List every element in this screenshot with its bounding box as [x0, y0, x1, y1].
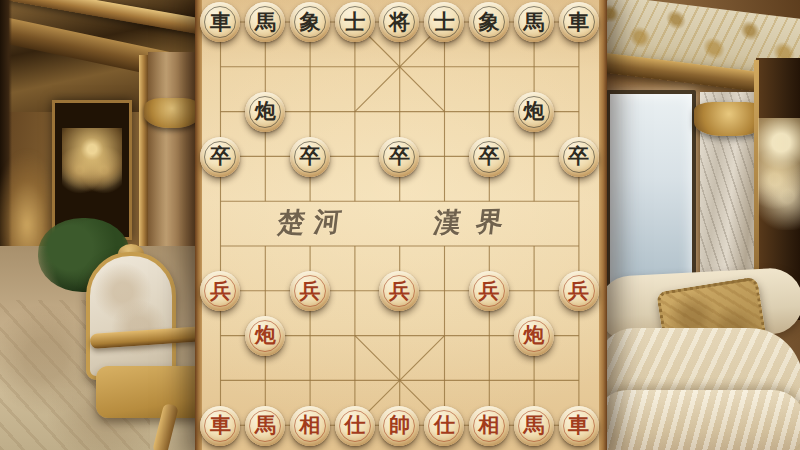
board-point[interactable]	[198, 90, 243, 135]
piece-label: 仕	[344, 415, 365, 436]
piece-red-soldier[interactable]: 兵	[559, 271, 599, 311]
piece-red-advisor[interactable]: 仕	[335, 406, 375, 446]
piece-label: 卒	[299, 146, 320, 167]
board-point[interactable]	[243, 358, 288, 403]
board-point[interactable]	[511, 269, 556, 314]
piece-black-horse[interactable]: 馬	[514, 2, 554, 42]
board-point[interactable]: 馬	[511, 403, 556, 448]
piece-red-soldier[interactable]: 兵	[379, 271, 419, 311]
piece-red-general[interactable]: 帥	[379, 406, 419, 446]
screenshot-root: 楚河 漢界 車馬象士将士象馬車炮炮卒卒卒卒卒兵兵兵兵兵炮炮車馬相仕帥仕相馬車	[0, 0, 800, 450]
piece-red-cannon[interactable]: 炮	[514, 316, 554, 356]
board-point[interactable]: 士	[332, 0, 377, 45]
board-point[interactable]	[422, 314, 467, 359]
board-point[interactable]: 象	[467, 0, 512, 45]
piece-red-chariot[interactable]: 車	[200, 406, 240, 446]
board-point[interactable]	[332, 90, 377, 135]
board-point[interactable]	[511, 45, 556, 90]
board-point[interactable]	[288, 90, 333, 135]
board-point[interactable]	[467, 314, 512, 359]
board-point[interactable]	[332, 179, 377, 224]
board-point[interactable]: 車	[556, 0, 601, 45]
piece-label: 車	[568, 415, 589, 436]
board-point[interactable]: 卒	[556, 134, 601, 179]
board-point[interactable]: 炮	[511, 314, 556, 359]
board-point[interactable]	[243, 134, 288, 179]
board-point[interactable]: 士	[422, 0, 467, 45]
piece-red-soldier[interactable]: 兵	[290, 271, 330, 311]
board-point[interactable]	[377, 90, 422, 135]
piece-black-soldier[interactable]: 卒	[290, 137, 330, 177]
piece-label: 卒	[479, 146, 500, 167]
board-point[interactable]	[467, 90, 512, 135]
gold-column-capital	[144, 98, 200, 128]
piece-black-soldier[interactable]: 卒	[559, 137, 599, 177]
board-point[interactable]: 帥	[377, 403, 422, 448]
board-point[interactable]	[467, 179, 512, 224]
board-point[interactable]	[377, 224, 422, 269]
board-point[interactable]: 卒	[198, 134, 243, 179]
board-point[interactable]: 卒	[288, 134, 333, 179]
board-point[interactable]	[422, 358, 467, 403]
board-point[interactable]: 炮	[243, 90, 288, 135]
piece-red-soldier[interactable]: 兵	[469, 271, 509, 311]
board-point[interactable]	[332, 358, 377, 403]
board-point[interactable]: 馬	[511, 0, 556, 45]
piece-label: 卒	[568, 146, 589, 167]
board-point[interactable]	[332, 45, 377, 90]
piece-label: 将	[389, 12, 410, 33]
piece-black-soldier[interactable]: 卒	[469, 137, 509, 177]
board-point[interactable]	[243, 224, 288, 269]
sofa-front-roll	[594, 390, 800, 450]
board-point[interactable]	[377, 45, 422, 90]
piece-label: 馬	[523, 415, 544, 436]
board-point[interactable]	[422, 90, 467, 135]
piece-label: 兵	[568, 281, 589, 302]
board-point[interactable]: 仕	[332, 403, 377, 448]
piece-label: 象	[479, 12, 500, 33]
board-point[interactable]: 車	[556, 403, 601, 448]
crystal-chandelier	[758, 118, 800, 230]
board-point[interactable]	[377, 358, 422, 403]
board-point[interactable]	[511, 358, 556, 403]
board-point[interactable]	[198, 358, 243, 403]
board-point[interactable]: 相	[467, 403, 512, 448]
board-point[interactable]: 相	[288, 403, 333, 448]
board-point[interactable]: 馬	[243, 0, 288, 45]
piece-red-advisor[interactable]: 仕	[424, 406, 464, 446]
piece-black-elephant[interactable]: 象	[469, 2, 509, 42]
piece-label: 馬	[255, 12, 276, 33]
board-point[interactable]	[556, 45, 601, 90]
board-point[interactable]	[288, 224, 333, 269]
board-point[interactable]	[422, 45, 467, 90]
board-point[interactable]: 兵	[288, 269, 333, 314]
board-point[interactable]	[422, 134, 467, 179]
board-point[interactable]: 卒	[467, 134, 512, 179]
piece-label: 車	[210, 415, 231, 436]
piece-label: 卒	[210, 146, 231, 167]
board-point[interactable]	[511, 224, 556, 269]
piece-red-soldier[interactable]: 兵	[200, 271, 240, 311]
board-point[interactable]	[422, 224, 467, 269]
piece-red-chariot[interactable]: 車	[559, 406, 599, 446]
board-point[interactable]: 将	[377, 0, 422, 45]
board-point[interactable]: 炮	[243, 314, 288, 359]
piece-black-cannon[interactable]: 炮	[245, 92, 285, 132]
board-point[interactable]: 兵	[198, 269, 243, 314]
piece-label: 兵	[299, 281, 320, 302]
board-point[interactable]	[422, 179, 467, 224]
board-point[interactable]: 仕	[422, 403, 467, 448]
piece-label: 相	[479, 415, 500, 436]
piece-label: 炮	[523, 101, 544, 122]
board-point[interactable]	[332, 134, 377, 179]
board-point[interactable]	[332, 314, 377, 359]
board-point[interactable]	[243, 179, 288, 224]
piece-label: 卒	[389, 146, 410, 167]
board-point[interactable]	[288, 358, 333, 403]
board-point[interactable]	[243, 269, 288, 314]
board-point[interactable]	[332, 269, 377, 314]
piece-black-elephant[interactable]: 象	[290, 2, 330, 42]
board-point[interactable]	[332, 224, 377, 269]
board-point[interactable]: 兵	[377, 269, 422, 314]
board-point[interactable]	[243, 45, 288, 90]
piece-label: 兵	[210, 281, 231, 302]
piece-label: 車	[568, 12, 589, 33]
board-point[interactable]	[288, 45, 333, 90]
piece-black-soldier[interactable]: 卒	[200, 137, 240, 177]
piece-label: 帥	[389, 415, 410, 436]
piece-label: 炮	[255, 325, 276, 346]
board-point[interactable]	[198, 224, 243, 269]
piece-label: 士	[434, 12, 455, 33]
board-point[interactable]	[511, 134, 556, 179]
board-point[interactable]	[288, 179, 333, 224]
board-point[interactable]	[556, 90, 601, 135]
piece-red-elephant[interactable]: 相	[469, 406, 509, 446]
piece-red-horse[interactable]: 馬	[514, 406, 554, 446]
piece-label: 馬	[523, 12, 544, 33]
board-points: 車馬象士将士象馬車炮炮卒卒卒卒卒兵兵兵兵兵炮炮車馬相仕帥仕相馬車	[198, 0, 601, 448]
piece-label: 相	[299, 415, 320, 436]
piece-black-advisor[interactable]: 士	[424, 2, 464, 42]
board-point[interactable]	[198, 179, 243, 224]
board-point[interactable]: 車	[198, 0, 243, 45]
piece-label: 象	[299, 12, 320, 33]
piece-label: 炮	[255, 101, 276, 122]
board-point[interactable]	[467, 224, 512, 269]
piece-label: 車	[210, 12, 231, 33]
board-point[interactable]	[511, 179, 556, 224]
board-point[interactable]	[556, 314, 601, 359]
piece-black-chariot[interactable]: 車	[200, 2, 240, 42]
board-point[interactable]	[556, 179, 601, 224]
piece-label: 兵	[389, 281, 410, 302]
piece-black-chariot[interactable]: 車	[559, 2, 599, 42]
board-point[interactable]: 炮	[511, 90, 556, 135]
piece-black-advisor[interactable]: 士	[335, 2, 375, 42]
board-point[interactable]	[288, 314, 333, 359]
board-point[interactable]: 兵	[467, 269, 512, 314]
gilded-armchair-seat	[96, 366, 208, 418]
board-point[interactable]	[198, 314, 243, 359]
piece-red-cannon[interactable]: 炮	[245, 316, 285, 356]
board-point[interactable]	[556, 358, 601, 403]
board-point[interactable]	[422, 269, 467, 314]
piece-black-soldier[interactable]: 卒	[379, 137, 419, 177]
board-point[interactable]	[377, 314, 422, 359]
board-point[interactable]: 象	[288, 0, 333, 45]
board-point[interactable]: 兵	[556, 269, 601, 314]
piece-black-horse[interactable]: 馬	[245, 2, 285, 42]
board-point[interactable]	[198, 45, 243, 90]
board-point[interactable]	[556, 224, 601, 269]
board-point[interactable]	[467, 45, 512, 90]
board-point[interactable]: 馬	[243, 403, 288, 448]
board-point[interactable]	[467, 358, 512, 403]
gilded-armchair-back	[86, 252, 176, 380]
board-point[interactable]: 卒	[377, 134, 422, 179]
piece-black-general[interactable]: 将	[379, 2, 419, 42]
piece-red-horse[interactable]: 馬	[245, 406, 285, 446]
chandelier	[62, 128, 122, 198]
piece-red-elephant[interactable]: 相	[290, 406, 330, 446]
piece-label: 士	[344, 12, 365, 33]
piece-label: 炮	[523, 325, 544, 346]
piece-black-cannon[interactable]: 炮	[514, 92, 554, 132]
xiangqi-board: 楚河 漢界 車馬象士将士象馬車炮炮卒卒卒卒卒兵兵兵兵兵炮炮車馬相仕帥仕相馬車	[195, 0, 607, 450]
piece-label: 仕	[434, 415, 455, 436]
piece-label: 馬	[255, 415, 276, 436]
board-point[interactable]	[377, 179, 422, 224]
board-point[interactable]: 車	[198, 403, 243, 448]
piece-label: 兵	[479, 281, 500, 302]
